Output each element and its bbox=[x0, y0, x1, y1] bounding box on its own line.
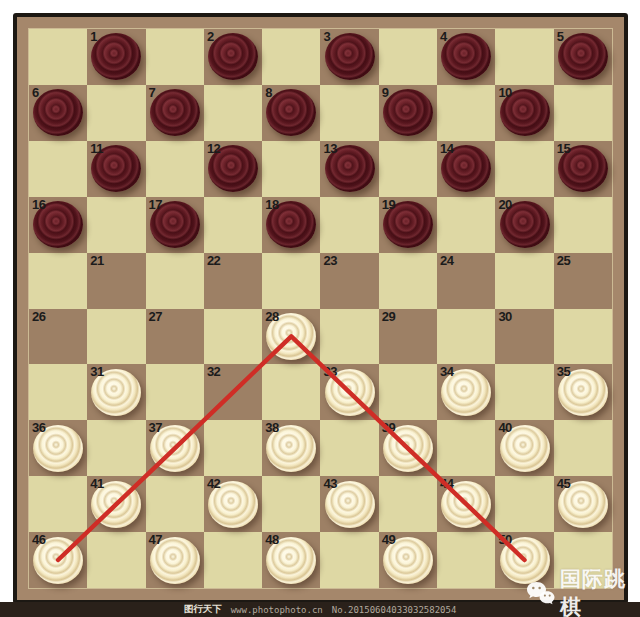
light-square bbox=[379, 29, 437, 85]
square-40[interactable]: 40 bbox=[495, 420, 553, 476]
account-name: 国际跳棋 bbox=[560, 565, 640, 617]
square-45[interactable]: 45 bbox=[554, 476, 612, 532]
square-number: 17 bbox=[149, 197, 162, 212]
light-square bbox=[204, 309, 262, 365]
square-number: 8 bbox=[265, 85, 272, 100]
light-square bbox=[320, 85, 378, 141]
square-number: 5 bbox=[557, 29, 564, 44]
board-grid: 1234567891011121314151617181920212223242… bbox=[29, 29, 612, 588]
square-3[interactable]: 3 bbox=[320, 29, 378, 85]
square-number: 45 bbox=[557, 476, 570, 491]
square-number: 28 bbox=[265, 309, 278, 324]
light-square bbox=[146, 29, 204, 85]
light-square bbox=[29, 29, 87, 85]
square-number: 33 bbox=[323, 364, 336, 379]
light-square bbox=[379, 476, 437, 532]
light-square bbox=[554, 420, 612, 476]
square-27[interactable]: 27 bbox=[146, 309, 204, 365]
square-14[interactable]: 14 bbox=[437, 141, 495, 197]
square-number: 29 bbox=[382, 309, 395, 324]
square-11[interactable]: 11 bbox=[87, 141, 145, 197]
light-square bbox=[204, 532, 262, 588]
square-28[interactable]: 28 bbox=[262, 309, 320, 365]
black-man-5[interactable] bbox=[558, 33, 608, 80]
square-number: 13 bbox=[323, 141, 336, 156]
square-49[interactable]: 49 bbox=[379, 532, 437, 588]
square-36[interactable]: 36 bbox=[29, 420, 87, 476]
light-square bbox=[437, 85, 495, 141]
square-number: 19 bbox=[382, 197, 395, 212]
black-man-7[interactable] bbox=[150, 89, 200, 136]
light-square bbox=[204, 85, 262, 141]
light-square bbox=[495, 476, 553, 532]
square-44[interactable]: 44 bbox=[437, 476, 495, 532]
square-43[interactable]: 43 bbox=[320, 476, 378, 532]
square-number: 11 bbox=[90, 141, 103, 156]
square-33[interactable]: 33 bbox=[320, 364, 378, 420]
square-4[interactable]: 4 bbox=[437, 29, 495, 85]
square-number: 9 bbox=[382, 85, 389, 100]
square-number: 20 bbox=[498, 197, 511, 212]
light-square bbox=[262, 253, 320, 309]
square-number: 32 bbox=[207, 364, 220, 379]
light-square bbox=[204, 197, 262, 253]
square-number: 37 bbox=[149, 420, 162, 435]
square-number: 16 bbox=[32, 197, 45, 212]
light-square bbox=[495, 141, 553, 197]
light-square bbox=[146, 364, 204, 420]
square-number: 15 bbox=[557, 141, 570, 156]
square-number: 25 bbox=[557, 253, 570, 268]
square-number: 2 bbox=[207, 29, 214, 44]
square-number: 31 bbox=[90, 364, 103, 379]
light-square bbox=[320, 309, 378, 365]
light-square bbox=[437, 309, 495, 365]
wechat-account-logo: 国际跳棋 bbox=[526, 565, 640, 617]
square-22[interactable]: 22 bbox=[204, 253, 262, 309]
square-26[interactable]: 26 bbox=[29, 309, 87, 365]
light-square bbox=[146, 253, 204, 309]
square-30[interactable]: 30 bbox=[495, 309, 553, 365]
light-square bbox=[29, 253, 87, 309]
square-2[interactable]: 2 bbox=[204, 29, 262, 85]
square-35[interactable]: 35 bbox=[554, 364, 612, 420]
light-square bbox=[262, 29, 320, 85]
square-number: 49 bbox=[382, 532, 395, 547]
light-square bbox=[29, 364, 87, 420]
square-number: 26 bbox=[32, 309, 45, 324]
light-square bbox=[320, 532, 378, 588]
square-7[interactable]: 7 bbox=[146, 85, 204, 141]
square-number: 21 bbox=[90, 253, 103, 268]
light-square bbox=[146, 476, 204, 532]
square-29[interactable]: 29 bbox=[379, 309, 437, 365]
square-number: 3 bbox=[323, 29, 330, 44]
light-square bbox=[87, 420, 145, 476]
light-square bbox=[262, 364, 320, 420]
square-number: 35 bbox=[557, 364, 570, 379]
square-number: 50 bbox=[498, 532, 511, 547]
light-square bbox=[87, 309, 145, 365]
square-number: 6 bbox=[32, 85, 39, 100]
square-16[interactable]: 16 bbox=[29, 197, 87, 253]
square-6[interactable]: 6 bbox=[29, 85, 87, 141]
square-number: 14 bbox=[440, 141, 453, 156]
square-20[interactable]: 20 bbox=[495, 197, 553, 253]
black-man-2[interactable] bbox=[208, 33, 258, 80]
square-32[interactable]: 32 bbox=[204, 364, 262, 420]
light-square bbox=[320, 420, 378, 476]
light-square bbox=[87, 85, 145, 141]
square-number: 24 bbox=[440, 253, 453, 268]
square-1[interactable]: 1 bbox=[87, 29, 145, 85]
square-number: 47 bbox=[149, 532, 162, 547]
light-square bbox=[554, 197, 612, 253]
black-man-8[interactable] bbox=[266, 89, 316, 136]
light-square bbox=[495, 29, 553, 85]
square-number: 10 bbox=[498, 85, 511, 100]
light-square bbox=[320, 197, 378, 253]
light-square bbox=[437, 197, 495, 253]
square-42[interactable]: 42 bbox=[204, 476, 262, 532]
light-square bbox=[495, 364, 553, 420]
square-13[interactable]: 13 bbox=[320, 141, 378, 197]
square-number: 36 bbox=[32, 420, 45, 435]
square-17[interactable]: 17 bbox=[146, 197, 204, 253]
square-46[interactable]: 46 bbox=[29, 532, 87, 588]
light-square bbox=[379, 141, 437, 197]
square-10[interactable]: 10 bbox=[495, 85, 553, 141]
light-square bbox=[554, 309, 612, 365]
square-38[interactable]: 38 bbox=[262, 420, 320, 476]
light-square bbox=[554, 85, 612, 141]
square-number: 22 bbox=[207, 253, 220, 268]
watermark-serial: No.20150604033032582054 bbox=[332, 605, 457, 615]
light-square bbox=[146, 141, 204, 197]
square-12[interactable]: 12 bbox=[204, 141, 262, 197]
square-48[interactable]: 48 bbox=[262, 532, 320, 588]
draughts-board: 1234567891011121314151617181920212223242… bbox=[13, 13, 628, 604]
black-man-4[interactable] bbox=[441, 33, 491, 80]
watermark-url: www.photophoto.cn bbox=[231, 605, 323, 615]
watermark-site-name: 图行天下 bbox=[184, 603, 222, 616]
square-number: 18 bbox=[265, 197, 278, 212]
light-square bbox=[29, 141, 87, 197]
square-37[interactable]: 37 bbox=[146, 420, 204, 476]
black-man-9[interactable] bbox=[383, 89, 433, 136]
light-square bbox=[262, 476, 320, 532]
square-number: 44 bbox=[440, 476, 453, 491]
square-21[interactable]: 21 bbox=[87, 253, 145, 309]
square-number: 4 bbox=[440, 29, 447, 44]
light-square bbox=[204, 420, 262, 476]
square-18[interactable]: 18 bbox=[262, 197, 320, 253]
square-number: 41 bbox=[90, 476, 103, 491]
square-number: 40 bbox=[498, 420, 511, 435]
square-47[interactable]: 47 bbox=[146, 532, 204, 588]
square-23[interactable]: 23 bbox=[320, 253, 378, 309]
square-number: 46 bbox=[32, 532, 45, 547]
square-number: 42 bbox=[207, 476, 220, 491]
square-number: 30 bbox=[498, 309, 511, 324]
light-square bbox=[262, 141, 320, 197]
square-39[interactable]: 39 bbox=[379, 420, 437, 476]
square-31[interactable]: 31 bbox=[87, 364, 145, 420]
square-number: 27 bbox=[149, 309, 162, 324]
light-square bbox=[87, 532, 145, 588]
square-41[interactable]: 41 bbox=[87, 476, 145, 532]
square-number: 7 bbox=[149, 85, 156, 100]
square-number: 23 bbox=[323, 253, 336, 268]
square-19[interactable]: 19 bbox=[379, 197, 437, 253]
black-man-3[interactable] bbox=[325, 33, 375, 80]
square-9[interactable]: 9 bbox=[379, 85, 437, 141]
light-square bbox=[437, 532, 495, 588]
square-number: 39 bbox=[382, 420, 395, 435]
square-8[interactable]: 8 bbox=[262, 85, 320, 141]
page: 1234567891011121314151617181920212223242… bbox=[0, 0, 640, 617]
square-number: 34 bbox=[440, 364, 453, 379]
light-square bbox=[87, 197, 145, 253]
square-number: 12 bbox=[207, 141, 220, 156]
square-24[interactable]: 24 bbox=[437, 253, 495, 309]
light-square bbox=[495, 253, 553, 309]
square-number: 48 bbox=[265, 532, 278, 547]
square-25[interactable]: 25 bbox=[554, 253, 612, 309]
light-square bbox=[379, 364, 437, 420]
square-15[interactable]: 15 bbox=[554, 141, 612, 197]
square-34[interactable]: 34 bbox=[437, 364, 495, 420]
square-number: 38 bbox=[265, 420, 278, 435]
wechat-icon bbox=[526, 581, 555, 606]
square-5[interactable]: 5 bbox=[554, 29, 612, 85]
black-man-1[interactable] bbox=[91, 33, 141, 80]
square-number: 43 bbox=[323, 476, 336, 491]
light-square bbox=[379, 253, 437, 309]
light-square bbox=[29, 476, 87, 532]
light-square bbox=[437, 420, 495, 476]
black-man-6[interactable] bbox=[33, 89, 83, 136]
square-number: 1 bbox=[90, 29, 97, 44]
